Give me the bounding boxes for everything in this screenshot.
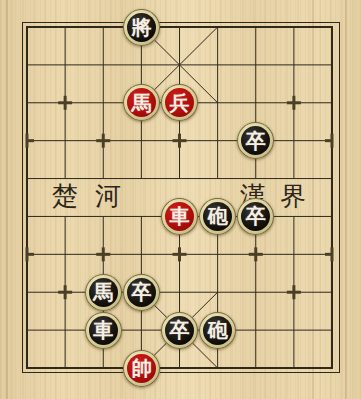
piece-glyph: 砲 (208, 206, 228, 226)
piece-glyph: 馬 (131, 93, 151, 113)
piece-glyph: 車 (170, 206, 190, 226)
piece-glyph: 卒 (131, 282, 151, 302)
piece-black-cannon[interactable]: 砲 (199, 198, 236, 235)
piece-black-general[interactable]: 將 (123, 9, 160, 46)
piece-black-soldier[interactable]: 卒 (237, 122, 274, 159)
piece-red-soldier[interactable]: 兵 (161, 84, 198, 121)
piece-red-horse[interactable]: 馬 (123, 84, 160, 121)
piece-black-soldier[interactable]: 卒 (161, 312, 198, 349)
piece-glyph: 砲 (208, 320, 228, 340)
piece-glyph: 將 (131, 17, 151, 37)
piece-glyph: 卒 (246, 206, 266, 226)
pieces-layer: 將馬兵卒車砲卒馬卒車卒砲帥 (0, 0, 361, 399)
xiangqi-board: 楚河 漢界 將馬兵卒車砲卒馬卒車卒砲帥 (0, 0, 361, 399)
piece-glyph: 卒 (170, 320, 190, 340)
piece-glyph: 卒 (246, 131, 266, 151)
piece-glyph: 車 (93, 320, 113, 340)
piece-black-cannon[interactable]: 砲 (199, 312, 236, 349)
piece-glyph: 馬 (93, 282, 113, 302)
piece-black-horse[interactable]: 馬 (85, 274, 122, 311)
piece-red-general[interactable]: 帥 (123, 350, 160, 387)
piece-glyph: 兵 (170, 93, 190, 113)
piece-black-soldier[interactable]: 卒 (237, 198, 274, 235)
piece-black-soldier[interactable]: 卒 (123, 274, 160, 311)
piece-red-chariot[interactable]: 車 (161, 198, 198, 235)
piece-black-chariot[interactable]: 車 (85, 312, 122, 349)
piece-glyph: 帥 (131, 358, 151, 378)
